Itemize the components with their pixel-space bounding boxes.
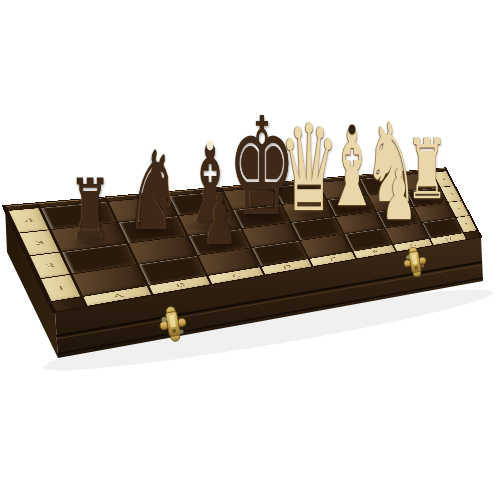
chess-box-product-photo: 44332211ABCDEFGH ♜♞♝♟♚♛♝♞♟♜: [0, 0, 500, 500]
page-background: { "game": "chess", "scene": { "descripti…: [0, 0, 500, 500]
